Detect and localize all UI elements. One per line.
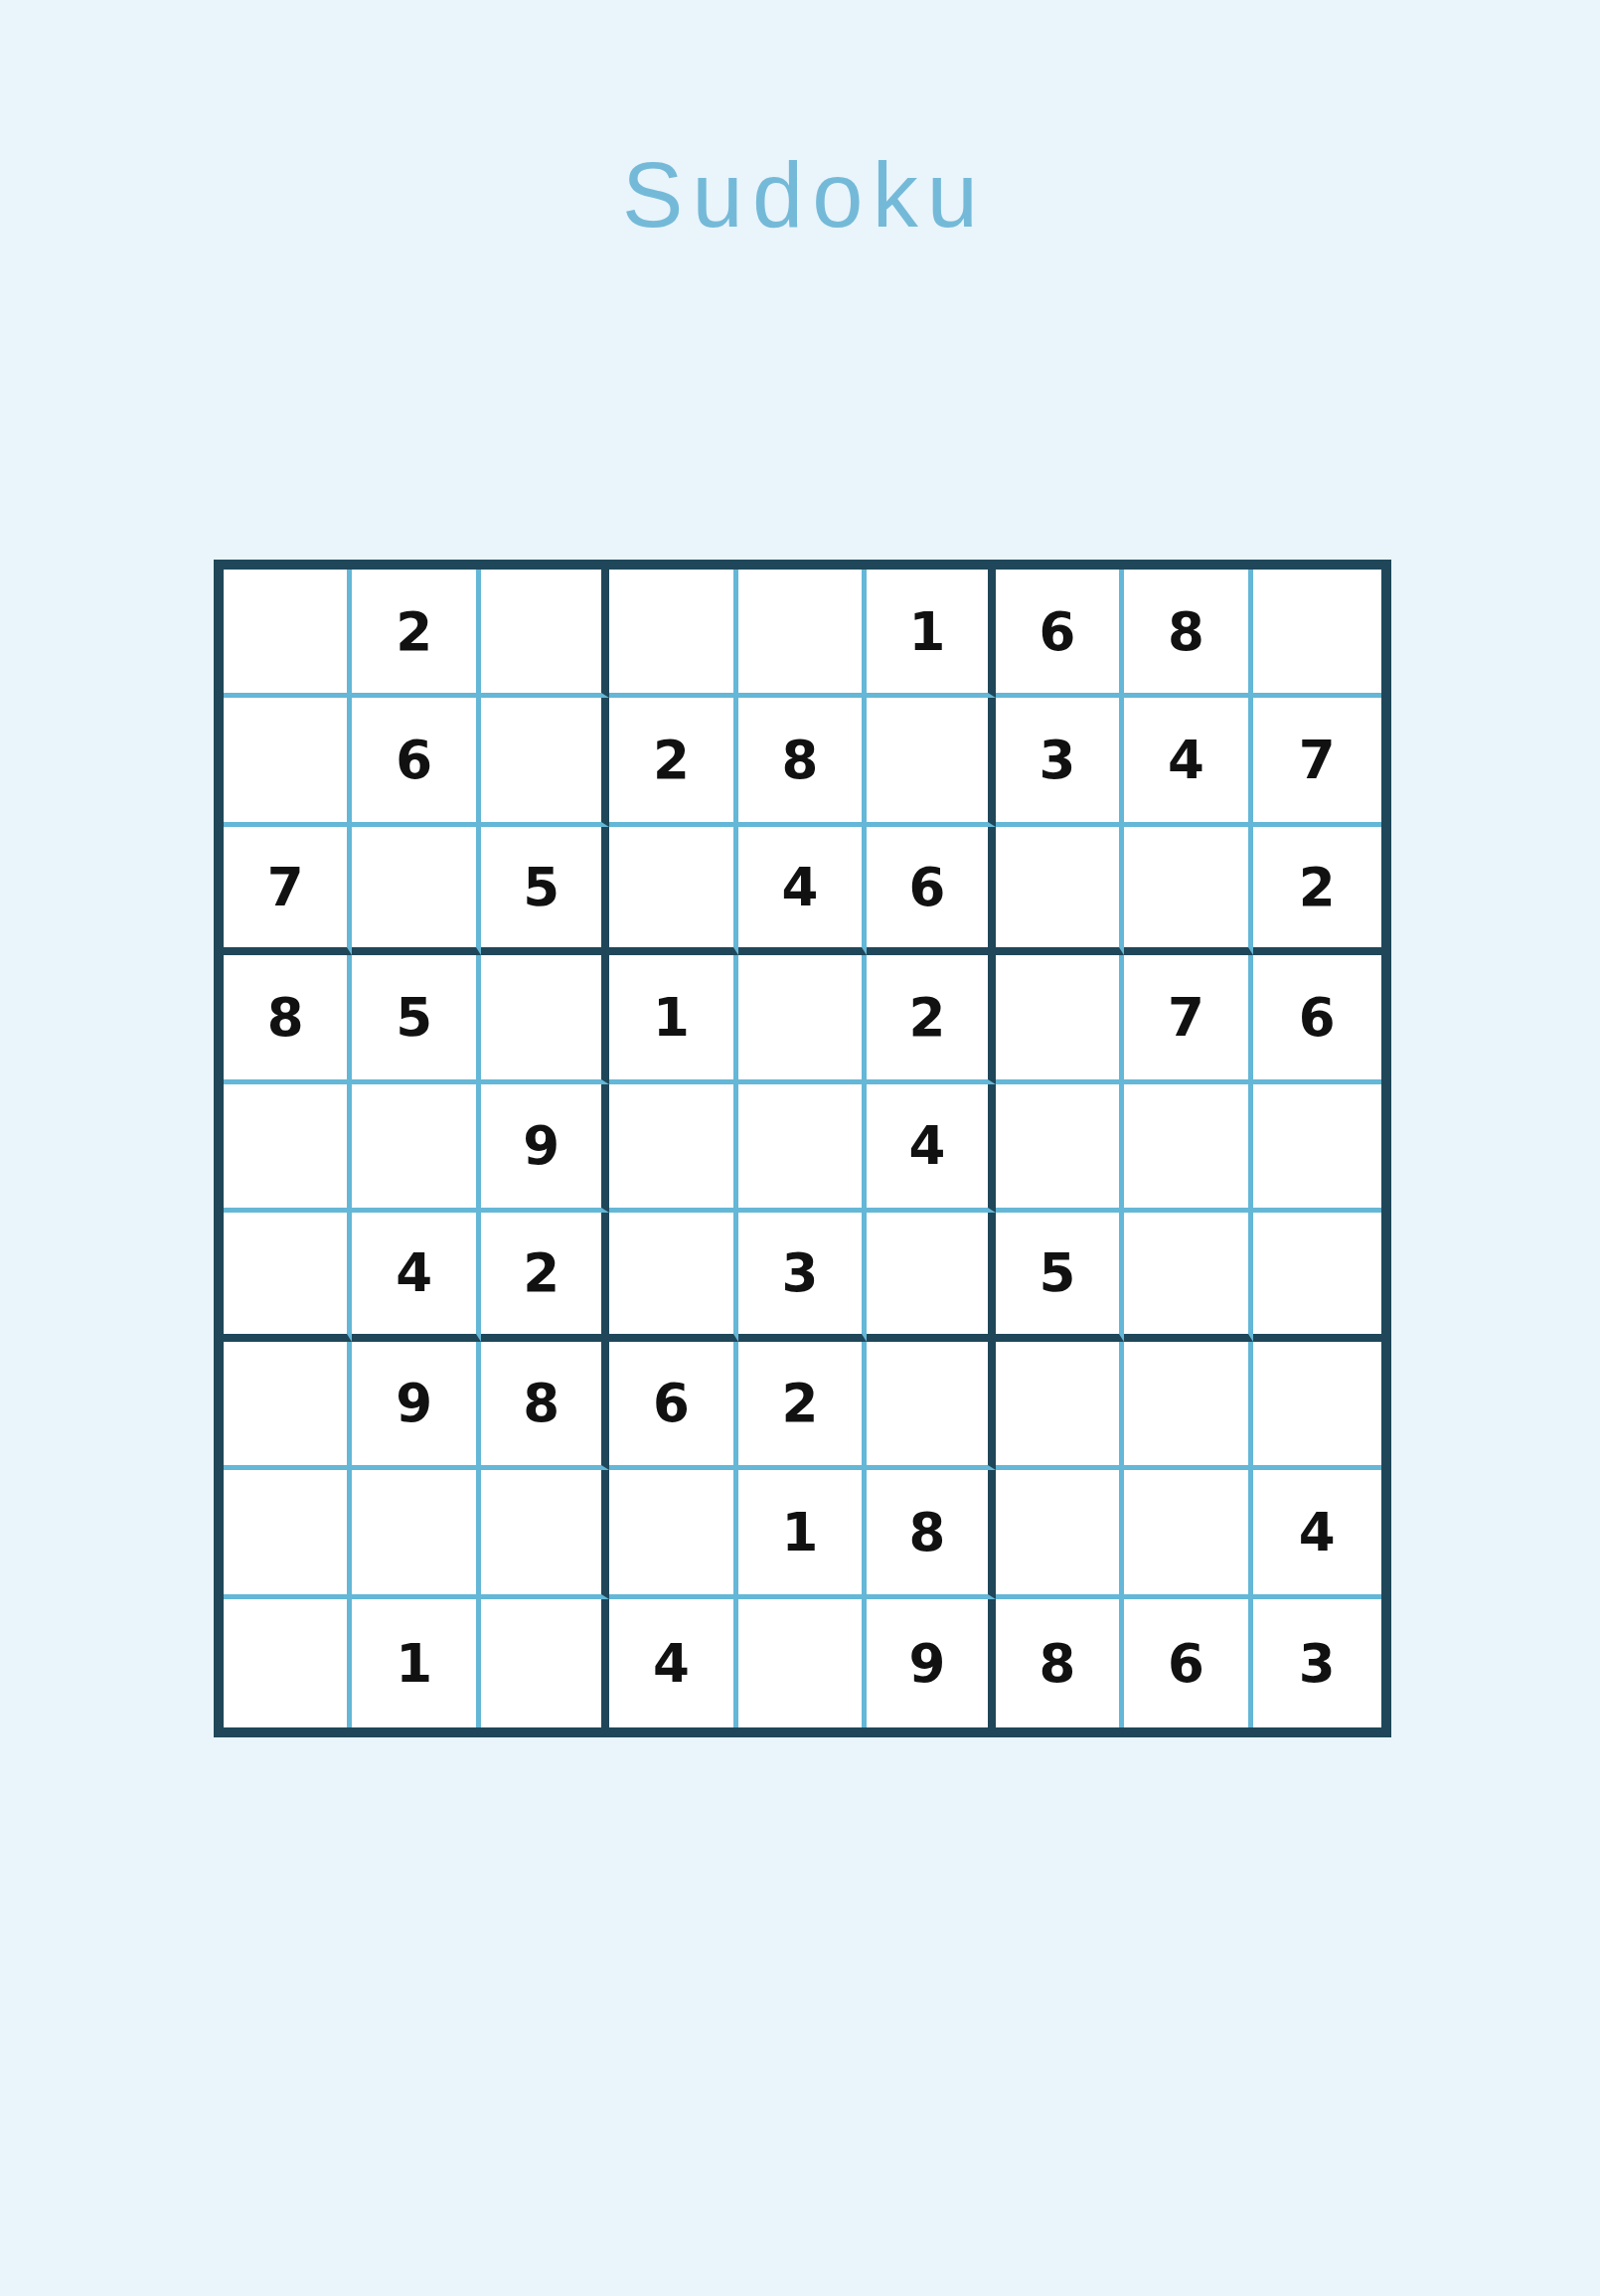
cell-r3c1[interactable]: 7 bbox=[224, 827, 352, 955]
cell-r5c9[interactable] bbox=[1253, 1084, 1381, 1213]
cell-r7c1[interactable] bbox=[224, 1342, 352, 1470]
cell-r9c6[interactable]: 9 bbox=[867, 1599, 995, 1727]
cell-r3c4[interactable] bbox=[609, 827, 737, 955]
cell-r7c4[interactable]: 6 bbox=[609, 1342, 737, 1470]
cell-r3c3[interactable]: 5 bbox=[481, 827, 609, 955]
cell-r4c9[interactable]: 6 bbox=[1253, 955, 1381, 1083]
cell-r8c7[interactable] bbox=[996, 1470, 1124, 1598]
cell-r9c1[interactable] bbox=[224, 1599, 352, 1727]
cell-r2c2[interactable]: 6 bbox=[352, 698, 480, 826]
cell-r9c3[interactable] bbox=[481, 1599, 609, 1727]
cell-r6c2[interactable]: 4 bbox=[352, 1213, 480, 1341]
cell-r1c7[interactable]: 6 bbox=[996, 570, 1124, 698]
cell-r5c7[interactable] bbox=[996, 1084, 1124, 1213]
cell-r8c5[interactable]: 1 bbox=[738, 1470, 867, 1598]
cell-r8c2[interactable] bbox=[352, 1470, 480, 1598]
cell-r6c8[interactable] bbox=[1124, 1213, 1252, 1341]
page: Sudoku 216862834775462851276944235986218… bbox=[0, 0, 1600, 2296]
cell-r4c2[interactable]: 5 bbox=[352, 955, 480, 1083]
cell-r3c5[interactable]: 4 bbox=[738, 827, 867, 955]
cell-r3c9[interactable]: 2 bbox=[1253, 827, 1381, 955]
cell-r2c6[interactable] bbox=[867, 698, 995, 826]
cell-r8c8[interactable] bbox=[1124, 1470, 1252, 1598]
cell-r5c5[interactable] bbox=[738, 1084, 867, 1213]
cell-r4c1[interactable]: 8 bbox=[224, 955, 352, 1083]
cell-r5c8[interactable] bbox=[1124, 1084, 1252, 1213]
cell-r7c3[interactable]: 8 bbox=[481, 1342, 609, 1470]
cell-r8c9[interactable]: 4 bbox=[1253, 1470, 1381, 1598]
cell-r2c4[interactable]: 2 bbox=[609, 698, 737, 826]
cell-r6c9[interactable] bbox=[1253, 1213, 1381, 1341]
sudoku-board: 2168628347754628512769442359862184149863 bbox=[214, 560, 1391, 1737]
cell-r2c7[interactable]: 3 bbox=[996, 698, 1124, 826]
cell-r4c7[interactable] bbox=[996, 955, 1124, 1083]
cell-r8c1[interactable] bbox=[224, 1470, 352, 1598]
cell-r5c1[interactable] bbox=[224, 1084, 352, 1213]
cell-r5c3[interactable]: 9 bbox=[481, 1084, 609, 1213]
cell-r6c4[interactable] bbox=[609, 1213, 737, 1341]
cell-r3c2[interactable] bbox=[352, 827, 480, 955]
cell-r9c4[interactable]: 4 bbox=[609, 1599, 737, 1727]
cell-r2c1[interactable] bbox=[224, 698, 352, 826]
cell-r7c6[interactable] bbox=[867, 1342, 995, 1470]
cell-r7c2[interactable]: 9 bbox=[352, 1342, 480, 1470]
cell-r4c4[interactable]: 1 bbox=[609, 955, 737, 1083]
page-title: Sudoku bbox=[0, 149, 1600, 241]
cell-r3c8[interactable] bbox=[1124, 827, 1252, 955]
cell-r1c2[interactable]: 2 bbox=[352, 570, 480, 698]
cell-r2c5[interactable]: 8 bbox=[738, 698, 867, 826]
cell-r4c6[interactable]: 2 bbox=[867, 955, 995, 1083]
cell-r1c8[interactable]: 8 bbox=[1124, 570, 1252, 698]
cell-r6c5[interactable]: 3 bbox=[738, 1213, 867, 1341]
cell-r6c1[interactable] bbox=[224, 1213, 352, 1341]
cell-r7c5[interactable]: 2 bbox=[738, 1342, 867, 1470]
cell-r4c8[interactable]: 7 bbox=[1124, 955, 1252, 1083]
cell-r8c4[interactable] bbox=[609, 1470, 737, 1598]
cell-r2c3[interactable] bbox=[481, 698, 609, 826]
cell-r5c2[interactable] bbox=[352, 1084, 480, 1213]
cell-r4c3[interactable] bbox=[481, 955, 609, 1083]
cell-r6c6[interactable] bbox=[867, 1213, 995, 1341]
cell-r9c2[interactable]: 1 bbox=[352, 1599, 480, 1727]
cell-r9c8[interactable]: 6 bbox=[1124, 1599, 1252, 1727]
cell-r1c5[interactable] bbox=[738, 570, 867, 698]
cell-r2c8[interactable]: 4 bbox=[1124, 698, 1252, 826]
cell-r9c9[interactable]: 3 bbox=[1253, 1599, 1381, 1727]
cell-r1c9[interactable] bbox=[1253, 570, 1381, 698]
cell-r8c3[interactable] bbox=[481, 1470, 609, 1598]
cell-r4c5[interactable] bbox=[738, 955, 867, 1083]
cell-r6c7[interactable]: 5 bbox=[996, 1213, 1124, 1341]
cell-r8c6[interactable]: 8 bbox=[867, 1470, 995, 1598]
cell-r7c8[interactable] bbox=[1124, 1342, 1252, 1470]
cell-r7c9[interactable] bbox=[1253, 1342, 1381, 1470]
cell-r1c6[interactable]: 1 bbox=[867, 570, 995, 698]
cell-r1c3[interactable] bbox=[481, 570, 609, 698]
cell-r6c3[interactable]: 2 bbox=[481, 1213, 609, 1341]
cell-r5c6[interactable]: 4 bbox=[867, 1084, 995, 1213]
cell-r1c4[interactable] bbox=[609, 570, 737, 698]
cell-r3c7[interactable] bbox=[996, 827, 1124, 955]
cell-r1c1[interactable] bbox=[224, 570, 352, 698]
cell-r3c6[interactable]: 6 bbox=[867, 827, 995, 955]
cell-r2c9[interactable]: 7 bbox=[1253, 698, 1381, 826]
cell-r7c7[interactable] bbox=[996, 1342, 1124, 1470]
cell-r5c4[interactable] bbox=[609, 1084, 737, 1213]
cell-r9c5[interactable] bbox=[738, 1599, 867, 1727]
cell-r9c7[interactable]: 8 bbox=[996, 1599, 1124, 1727]
